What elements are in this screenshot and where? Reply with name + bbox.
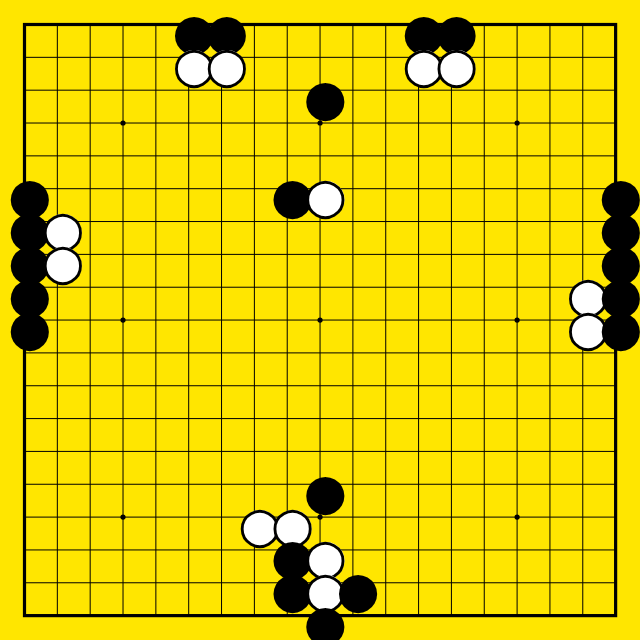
intersection[interactable] [139,599,172,632]
intersection[interactable] [599,107,632,140]
intersection[interactable] [205,304,238,337]
intersection[interactable] [74,74,107,107]
intersection[interactable] [172,435,205,468]
intersection[interactable] [74,402,107,435]
intersection[interactable] [271,8,304,41]
intersection[interactable] [468,74,501,107]
intersection[interactable] [468,139,501,172]
intersection[interactable] [533,41,566,74]
intersection[interactable] [271,74,304,107]
intersection[interactable] [139,8,172,41]
intersection[interactable] [501,205,534,238]
intersection[interactable] [533,599,566,632]
intersection[interactable] [107,107,140,140]
intersection[interactable] [369,205,402,238]
intersection[interactable] [435,599,468,632]
intersection[interactable] [402,205,435,238]
intersection[interactable] [369,74,402,107]
intersection[interactable] [172,271,205,304]
intersection[interactable] [139,369,172,402]
intersection[interactable]: ● [599,304,632,337]
intersection[interactable] [139,304,172,337]
intersection[interactable] [566,41,599,74]
intersection[interactable] [402,238,435,271]
intersection[interactable] [107,369,140,402]
intersection[interactable] [468,566,501,599]
intersection[interactable] [172,369,205,402]
intersection[interactable] [238,41,271,74]
intersection[interactable] [172,205,205,238]
intersection[interactable] [205,336,238,369]
intersection[interactable] [8,402,41,435]
intersection[interactable] [599,501,632,534]
intersection[interactable] [599,468,632,501]
intersection[interactable] [238,369,271,402]
intersection[interactable] [435,172,468,205]
intersection[interactable] [304,238,337,271]
intersection[interactable] [74,107,107,140]
intersection[interactable] [107,533,140,566]
intersection[interactable] [271,271,304,304]
intersection[interactable] [369,139,402,172]
intersection[interactable] [533,8,566,41]
intersection[interactable] [172,304,205,337]
intersection[interactable] [304,369,337,402]
intersection[interactable] [599,74,632,107]
intersection[interactable] [41,304,74,337]
intersection[interactable] [238,172,271,205]
intersection[interactable] [566,139,599,172]
intersection[interactable] [369,271,402,304]
intersection[interactable]: ● [304,599,337,632]
intersection[interactable] [533,139,566,172]
intersection[interactable] [501,172,534,205]
intersection[interactable] [139,402,172,435]
intersection[interactable] [533,271,566,304]
intersection[interactable] [107,172,140,205]
intersection[interactable] [336,369,369,402]
intersection[interactable] [566,8,599,41]
intersection[interactable] [402,599,435,632]
intersection[interactable] [205,271,238,304]
intersection[interactable]: ● [8,304,41,337]
intersection[interactable] [533,435,566,468]
intersection[interactable] [501,8,534,41]
intersection[interactable] [533,238,566,271]
intersection[interactable] [271,369,304,402]
intersection[interactable] [172,74,205,107]
intersection[interactable] [533,107,566,140]
intersection[interactable] [435,139,468,172]
intersection[interactable] [435,468,468,501]
intersection[interactable] [468,533,501,566]
intersection[interactable] [139,139,172,172]
intersection[interactable] [41,566,74,599]
intersection[interactable] [533,74,566,107]
intersection[interactable] [304,304,337,337]
intersection[interactable] [8,107,41,140]
intersection[interactable] [271,435,304,468]
intersection[interactable] [205,402,238,435]
intersection[interactable] [238,107,271,140]
intersection[interactable] [501,107,534,140]
intersection[interactable] [369,107,402,140]
intersection[interactable] [205,435,238,468]
intersection[interactable]: ● [271,172,304,205]
intersection[interactable] [435,533,468,566]
intersection[interactable] [501,304,534,337]
intersection[interactable] [336,402,369,435]
intersection[interactable] [501,271,534,304]
intersection[interactable] [172,566,205,599]
intersection[interactable] [74,435,107,468]
intersection[interactable] [139,271,172,304]
intersection[interactable] [468,369,501,402]
intersection[interactable] [41,468,74,501]
intersection[interactable] [271,336,304,369]
intersection[interactable] [501,599,534,632]
intersection[interactable] [435,205,468,238]
intersection[interactable] [501,501,534,534]
intersection[interactable] [402,336,435,369]
intersection[interactable] [533,501,566,534]
intersection[interactable] [74,599,107,632]
intersection[interactable] [8,8,41,41]
intersection[interactable] [107,304,140,337]
intersection[interactable] [369,468,402,501]
intersection[interactable] [8,501,41,534]
intersection[interactable] [205,369,238,402]
intersection[interactable] [304,107,337,140]
intersection[interactable] [566,501,599,534]
intersection[interactable] [435,501,468,534]
intersection[interactable] [599,435,632,468]
intersection[interactable] [501,468,534,501]
intersection[interactable]: ●○ [172,41,205,74]
intersection[interactable] [533,304,566,337]
intersection[interactable] [566,172,599,205]
intersection[interactable] [468,205,501,238]
intersection[interactable] [402,271,435,304]
intersection[interactable] [238,74,271,107]
intersection[interactable] [107,501,140,534]
intersection[interactable] [533,369,566,402]
intersection[interactable] [41,501,74,534]
intersection[interactable] [599,402,632,435]
intersection[interactable] [205,205,238,238]
intersection[interactable] [336,336,369,369]
intersection[interactable] [369,238,402,271]
intersection[interactable] [304,205,337,238]
intersection[interactable] [8,533,41,566]
intersection[interactable] [599,599,632,632]
intersection[interactable] [369,172,402,205]
intersection[interactable] [468,402,501,435]
intersection[interactable] [74,336,107,369]
intersection[interactable] [238,435,271,468]
intersection[interactable] [238,205,271,238]
intersection[interactable] [501,435,534,468]
intersection[interactable] [41,74,74,107]
intersection[interactable] [336,74,369,107]
intersection[interactable] [41,435,74,468]
intersection[interactable] [435,238,468,271]
intersection[interactable] [41,107,74,140]
intersection[interactable] [369,566,402,599]
intersection[interactable] [74,8,107,41]
intersection[interactable] [402,468,435,501]
intersection[interactable] [107,566,140,599]
intersection[interactable] [205,599,238,632]
intersection[interactable] [336,238,369,271]
intersection[interactable] [566,336,599,369]
intersection[interactable] [468,501,501,534]
intersection[interactable] [271,107,304,140]
intersection[interactable] [107,468,140,501]
intersection[interactable] [8,599,41,632]
intersection[interactable] [336,468,369,501]
intersection[interactable] [336,205,369,238]
intersection[interactable] [271,41,304,74]
intersection[interactable] [304,271,337,304]
intersection[interactable] [172,501,205,534]
intersection[interactable] [468,107,501,140]
intersection[interactable] [566,74,599,107]
intersection[interactable] [402,566,435,599]
intersection[interactable] [402,107,435,140]
intersection[interactable] [369,369,402,402]
intersection[interactable] [107,8,140,41]
intersection[interactable] [369,599,402,632]
intersection[interactable]: ●○ [435,41,468,74]
intersection[interactable] [336,107,369,140]
intersection[interactable] [402,501,435,534]
intersection[interactable] [271,304,304,337]
intersection[interactable] [172,533,205,566]
intersection[interactable]: ●○ [566,304,599,337]
intersection[interactable] [172,238,205,271]
intersection[interactable] [402,369,435,402]
intersection[interactable] [468,435,501,468]
intersection[interactable] [139,468,172,501]
intersection[interactable] [435,336,468,369]
intersection[interactable] [566,369,599,402]
intersection[interactable] [74,533,107,566]
intersection[interactable] [566,566,599,599]
intersection[interactable] [369,41,402,74]
intersection[interactable] [599,533,632,566]
intersection[interactable] [41,533,74,566]
intersection[interactable] [435,271,468,304]
intersection[interactable] [107,238,140,271]
intersection[interactable] [435,566,468,599]
intersection[interactable] [566,468,599,501]
intersection[interactable] [107,435,140,468]
intersection[interactable] [8,468,41,501]
intersection[interactable] [238,139,271,172]
intersection[interactable] [435,304,468,337]
intersection[interactable] [8,369,41,402]
intersection[interactable] [238,599,271,632]
intersection[interactable] [468,468,501,501]
intersection[interactable] [205,238,238,271]
intersection[interactable] [41,402,74,435]
intersection[interactable] [533,533,566,566]
intersection[interactable] [41,8,74,41]
intersection[interactable] [501,139,534,172]
intersection[interactable] [402,435,435,468]
intersection[interactable] [599,336,632,369]
intersection[interactable] [238,566,271,599]
intersection[interactable]: ●○ [238,501,271,534]
intersection[interactable] [468,172,501,205]
intersection[interactable] [139,336,172,369]
intersection[interactable] [468,599,501,632]
intersection[interactable] [107,599,140,632]
intersection[interactable] [107,139,140,172]
intersection[interactable] [468,41,501,74]
intersection[interactable] [501,566,534,599]
intersection[interactable] [205,107,238,140]
intersection[interactable] [8,336,41,369]
intersection[interactable] [41,369,74,402]
intersection[interactable] [205,139,238,172]
intersection[interactable] [74,501,107,534]
intersection[interactable] [41,41,74,74]
intersection[interactable] [74,271,107,304]
intersection[interactable] [205,501,238,534]
intersection[interactable] [566,533,599,566]
intersection[interactable] [501,74,534,107]
intersection[interactable] [599,369,632,402]
intersection[interactable] [172,139,205,172]
intersection[interactable] [501,402,534,435]
intersection[interactable] [336,172,369,205]
intersection[interactable] [468,336,501,369]
intersection[interactable] [205,533,238,566]
intersection[interactable] [468,304,501,337]
intersection[interactable] [369,304,402,337]
intersection[interactable] [501,41,534,74]
intersection[interactable] [566,107,599,140]
intersection[interactable] [238,533,271,566]
intersection[interactable] [8,74,41,107]
intersection[interactable] [566,435,599,468]
intersection[interactable] [566,599,599,632]
intersection[interactable] [107,271,140,304]
intersection[interactable] [74,369,107,402]
intersection[interactable] [369,435,402,468]
intersection[interactable] [74,238,107,271]
intersection[interactable]: ●○ [205,41,238,74]
intersection[interactable] [501,238,534,271]
intersection[interactable] [8,41,41,74]
intersection[interactable] [172,599,205,632]
intersection[interactable] [599,8,632,41]
intersection[interactable]: ● [271,566,304,599]
intersection[interactable] [304,8,337,41]
intersection[interactable] [271,599,304,632]
intersection[interactable] [172,402,205,435]
intersection[interactable] [41,336,74,369]
intersection[interactable] [139,74,172,107]
intersection[interactable] [139,566,172,599]
intersection[interactable] [205,74,238,107]
intersection[interactable] [369,402,402,435]
intersection[interactable] [8,435,41,468]
intersection[interactable] [74,139,107,172]
intersection[interactable] [435,74,468,107]
intersection[interactable] [139,533,172,566]
intersection[interactable] [238,402,271,435]
intersection[interactable] [238,304,271,337]
intersection[interactable] [402,139,435,172]
intersection[interactable] [107,74,140,107]
intersection[interactable] [402,74,435,107]
intersection[interactable] [369,501,402,534]
intersection[interactable] [501,336,534,369]
intersection[interactable] [369,8,402,41]
intersection[interactable] [238,336,271,369]
intersection[interactable] [139,41,172,74]
intersection[interactable] [369,336,402,369]
intersection[interactable] [205,468,238,501]
intersection[interactable] [336,271,369,304]
intersection[interactable] [139,238,172,271]
intersection[interactable] [172,336,205,369]
intersection[interactable]: ●○ [402,41,435,74]
intersection[interactable] [435,369,468,402]
intersection[interactable]: ●○ [304,172,337,205]
intersection[interactable] [533,468,566,501]
intersection[interactable] [501,369,534,402]
intersection[interactable] [8,566,41,599]
intersection[interactable] [74,304,107,337]
intersection[interactable] [271,238,304,271]
intersection[interactable] [304,336,337,369]
intersection[interactable] [402,172,435,205]
intersection[interactable] [74,468,107,501]
intersection[interactable] [139,435,172,468]
intersection[interactable] [172,107,205,140]
intersection[interactable] [533,205,566,238]
intersection[interactable] [139,501,172,534]
intersection[interactable] [599,41,632,74]
intersection[interactable] [139,107,172,140]
intersection[interactable] [271,205,304,238]
intersection[interactable] [74,41,107,74]
intersection[interactable] [402,402,435,435]
intersection[interactable]: ● [304,74,337,107]
intersection[interactable] [238,271,271,304]
intersection[interactable] [107,41,140,74]
intersection[interactable] [107,336,140,369]
intersection[interactable] [205,172,238,205]
intersection[interactable] [205,566,238,599]
intersection[interactable] [271,402,304,435]
intersection[interactable] [435,107,468,140]
intersection[interactable] [107,402,140,435]
intersection[interactable] [599,566,632,599]
intersection[interactable] [533,402,566,435]
intersection[interactable] [139,205,172,238]
intersection[interactable] [336,599,369,632]
intersection[interactable] [501,533,534,566]
intersection[interactable] [566,402,599,435]
intersection[interactable] [468,238,501,271]
intersection[interactable] [172,468,205,501]
intersection[interactable] [139,172,172,205]
